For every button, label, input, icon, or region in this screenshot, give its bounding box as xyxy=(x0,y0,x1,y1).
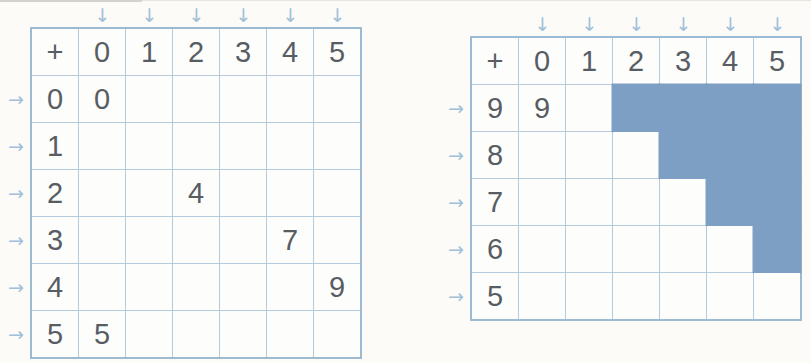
sum-cell[interactable] xyxy=(79,170,125,216)
sum-cell[interactable] xyxy=(314,123,360,169)
right-arrow-icon: → xyxy=(4,76,28,123)
down-arrow-icon: ↓ xyxy=(173,3,220,27)
row-header-cell: 8 xyxy=(472,132,518,178)
sum-cell[interactable] xyxy=(126,76,172,122)
down-arrow-icon: ↓ xyxy=(267,3,314,27)
sum-cell[interactable] xyxy=(173,217,219,263)
column-header-cell: 5 xyxy=(754,38,800,84)
sum-cell[interactable] xyxy=(314,76,360,122)
sum-cell[interactable] xyxy=(126,170,172,216)
column-header-cell: 1 xyxy=(566,38,612,84)
blocked-cell xyxy=(707,179,753,225)
column-header-cell: 4 xyxy=(267,29,313,75)
sum-cell[interactable] xyxy=(220,123,266,169)
sum-cell[interactable] xyxy=(173,264,219,310)
sum-cell[interactable] xyxy=(566,85,612,131)
down-arrow-icon: ↓ xyxy=(314,3,361,27)
column-header-cell: 2 xyxy=(173,29,219,75)
right-arrow-icon: → xyxy=(4,311,28,358)
column-header-cell: 0 xyxy=(519,38,565,84)
sum-cell[interactable] xyxy=(613,179,659,225)
column-arrows: ↓↓↓↓↓↓ xyxy=(30,3,362,27)
operator-cell: + xyxy=(472,38,518,84)
sum-cell[interactable] xyxy=(173,76,219,122)
down-arrow-icon: ↓ xyxy=(220,3,267,27)
arrow-spacer xyxy=(32,3,79,27)
right-arrow-icon: → xyxy=(4,170,28,217)
sum-cell[interactable] xyxy=(519,273,565,319)
column-header-cell: 3 xyxy=(220,29,266,75)
column-arrows: ↓↓↓↓↓↓ xyxy=(470,12,802,36)
row-header-cell: 5 xyxy=(472,273,518,319)
sum-cell[interactable] xyxy=(79,264,125,310)
down-arrow-icon: ↓ xyxy=(660,12,707,36)
sum-cell[interactable]: 5 xyxy=(79,311,125,357)
sum-cell[interactable] xyxy=(220,311,266,357)
right-arrow-icon: → xyxy=(444,273,468,320)
sum-cell[interactable] xyxy=(314,217,360,263)
sum-cell[interactable] xyxy=(126,217,172,263)
sum-cell[interactable] xyxy=(613,273,659,319)
sum-cell[interactable] xyxy=(79,123,125,169)
sum-cell[interactable] xyxy=(126,123,172,169)
row-arrows: →→→→→ xyxy=(444,85,468,320)
blocked-cell xyxy=(754,132,800,178)
row-header-cell: 6 xyxy=(472,226,518,272)
sum-cell[interactable] xyxy=(220,76,266,122)
row-arrows: →→→→→→ xyxy=(4,76,28,358)
row-header-cell: 5 xyxy=(32,311,78,357)
right-arrow-icon: → xyxy=(444,132,468,179)
sum-cell[interactable] xyxy=(126,311,172,357)
sum-cell[interactable]: 0 xyxy=(79,76,125,122)
right-arrow-icon: → xyxy=(4,264,28,311)
sum-cell[interactable]: 9 xyxy=(314,264,360,310)
column-header-cell: 4 xyxy=(707,38,753,84)
column-header-cell: 3 xyxy=(660,38,706,84)
column-header-cell: 0 xyxy=(79,29,125,75)
addition-board: +012345998765 xyxy=(470,36,802,321)
sum-cell[interactable] xyxy=(173,311,219,357)
sum-cell[interactable] xyxy=(660,226,706,272)
operator-cell: + xyxy=(32,29,78,75)
row-header-cell: 7 xyxy=(472,179,518,225)
right-arrow-icon: → xyxy=(4,123,28,170)
blocked-cell xyxy=(754,179,800,225)
blocked-cell xyxy=(754,226,800,272)
addition-table-right: ↓↓↓↓↓↓ →→→→→ +012345998765 xyxy=(470,12,802,321)
sum-cell[interactable] xyxy=(220,217,266,263)
sum-cell[interactable] xyxy=(754,273,800,319)
row-header-cell: 1 xyxy=(32,123,78,169)
right-arrow-icon: → xyxy=(444,226,468,273)
down-arrow-icon: ↓ xyxy=(566,12,613,36)
column-header-cell: 1 xyxy=(126,29,172,75)
addition-table-left: ↓↓↓↓↓↓ →→→→→→ +01234500124374955 xyxy=(30,3,362,359)
sum-cell[interactable] xyxy=(566,226,612,272)
sum-cell[interactable] xyxy=(519,132,565,178)
sum-cell[interactable] xyxy=(267,311,313,357)
sum-cell[interactable] xyxy=(126,264,172,310)
row-header-cell: 0 xyxy=(32,76,78,122)
sum-cell[interactable] xyxy=(314,170,360,216)
sum-cell[interactable] xyxy=(267,76,313,122)
row-header-cell: 2 xyxy=(32,170,78,216)
scan-artifact xyxy=(0,0,142,2)
sum-cell[interactable] xyxy=(220,264,266,310)
blocked-cell xyxy=(660,132,706,178)
sum-cell[interactable]: 4 xyxy=(173,170,219,216)
blocked-cell xyxy=(660,85,706,131)
sum-cell[interactable] xyxy=(79,217,125,263)
sum-cell[interactable] xyxy=(707,226,753,272)
blocked-cell xyxy=(707,132,753,178)
down-arrow-icon: ↓ xyxy=(754,12,801,36)
sum-cell[interactable] xyxy=(613,132,659,178)
sum-cell[interactable] xyxy=(566,132,612,178)
addition-board: +01234500124374955 xyxy=(30,27,362,359)
column-header-cell: 5 xyxy=(314,29,360,75)
sum-cell[interactable] xyxy=(173,123,219,169)
sum-cell[interactable] xyxy=(707,273,753,319)
row-header-cell: 3 xyxy=(32,217,78,263)
right-arrow-icon: → xyxy=(444,85,468,132)
down-arrow-icon: ↓ xyxy=(613,12,660,36)
sum-cell[interactable] xyxy=(660,273,706,319)
right-arrow-icon: → xyxy=(4,217,28,264)
sum-cell[interactable] xyxy=(267,264,313,310)
sum-cell[interactable] xyxy=(267,170,313,216)
sum-cell[interactable] xyxy=(314,311,360,357)
sum-cell[interactable] xyxy=(566,179,612,225)
sum-cell[interactable] xyxy=(267,123,313,169)
sum-cell[interactable] xyxy=(566,273,612,319)
sum-cell[interactable]: 7 xyxy=(267,217,313,263)
blocked-cell xyxy=(613,85,659,131)
row-header-cell: 4 xyxy=(32,264,78,310)
sum-cell[interactable] xyxy=(519,179,565,225)
sum-cell[interactable] xyxy=(660,179,706,225)
sum-cell[interactable] xyxy=(220,170,266,216)
sum-cell[interactable]: 9 xyxy=(519,85,565,131)
right-arrow-icon: → xyxy=(444,179,468,226)
arrow-spacer xyxy=(472,12,519,36)
down-arrow-icon: ↓ xyxy=(519,12,566,36)
blocked-cell xyxy=(754,85,800,131)
sum-cell[interactable] xyxy=(613,226,659,272)
row-header-cell: 9 xyxy=(472,85,518,131)
down-arrow-icon: ↓ xyxy=(79,3,126,27)
sum-cell[interactable] xyxy=(519,226,565,272)
column-header-cell: 2 xyxy=(613,38,659,84)
down-arrow-icon: ↓ xyxy=(126,3,173,27)
blocked-cell xyxy=(707,85,753,131)
down-arrow-icon: ↓ xyxy=(707,12,754,36)
